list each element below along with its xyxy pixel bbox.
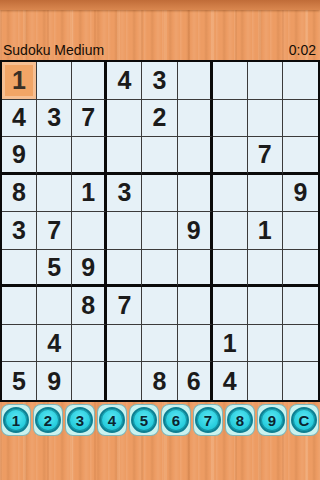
cell-r4c5[interactable] xyxy=(142,175,177,213)
cell-r2c3[interactable]: 7 xyxy=(72,100,107,138)
cell-r9c8[interactable] xyxy=(248,362,283,400)
cell-r6c2[interactable]: 5 xyxy=(37,250,72,288)
cell-r7c8[interactable] xyxy=(248,287,283,325)
cell-r4c9[interactable]: 9 xyxy=(283,175,318,213)
num-button-1[interactable]: 1 xyxy=(1,404,31,436)
cell-r6c6[interactable] xyxy=(178,250,213,288)
num-button-7[interactable]: 7 xyxy=(193,404,223,436)
cell-r7c4[interactable]: 7 xyxy=(107,287,142,325)
cell-r4c4[interactable]: 3 xyxy=(107,175,142,213)
cell-r8c7[interactable]: 1 xyxy=(213,325,248,363)
cell-r8c6[interactable] xyxy=(178,325,213,363)
cell-r4c1[interactable]: 8 xyxy=(2,175,37,213)
cell-r3c2[interactable] xyxy=(37,137,72,175)
cell-r9c1[interactable]: 5 xyxy=(2,362,37,400)
cell-r3c1[interactable]: 9 xyxy=(2,137,37,175)
cell-r5c4[interactable] xyxy=(107,212,142,250)
cell-r1c3[interactable] xyxy=(72,62,107,100)
cell-r2c5[interactable]: 2 xyxy=(142,100,177,138)
status-bar-shade xyxy=(0,0,320,10)
cell-r3c6[interactable] xyxy=(178,137,213,175)
cell-r9c4[interactable] xyxy=(107,362,142,400)
cell-r1c4[interactable]: 4 xyxy=(107,62,142,100)
cell-r4c2[interactable] xyxy=(37,175,72,213)
button-circle: 5 xyxy=(131,407,157,433)
num-button-9[interactable]: 9 xyxy=(257,404,287,436)
button-circle: C xyxy=(291,407,317,433)
cell-r9c9[interactable] xyxy=(283,362,318,400)
cell-r7c9[interactable] xyxy=(283,287,318,325)
cell-r3c9[interactable] xyxy=(283,137,318,175)
cell-r5c9[interactable] xyxy=(283,212,318,250)
cell-r1c7[interactable] xyxy=(213,62,248,100)
clear-button[interactable]: C xyxy=(289,404,319,436)
cell-r2c1[interactable]: 4 xyxy=(2,100,37,138)
cell-r7c3[interactable]: 8 xyxy=(72,287,107,325)
cell-r5c6[interactable]: 9 xyxy=(178,212,213,250)
cell-r4c3[interactable]: 1 xyxy=(72,175,107,213)
cell-r5c5[interactable] xyxy=(142,212,177,250)
cell-r8c4[interactable] xyxy=(107,325,142,363)
title-bar: Sudoku Medium 0:02 xyxy=(0,38,320,59)
cell-r2c4[interactable] xyxy=(107,100,142,138)
cell-r4c6[interactable] xyxy=(178,175,213,213)
cell-r6c8[interactable] xyxy=(248,250,283,288)
cell-r1c5[interactable]: 3 xyxy=(142,62,177,100)
cell-r7c5[interactable] xyxy=(142,287,177,325)
cell-r2c2[interactable]: 3 xyxy=(37,100,72,138)
cell-r3c3[interactable] xyxy=(72,137,107,175)
cell-r5c3[interactable] xyxy=(72,212,107,250)
cell-r3c4[interactable] xyxy=(107,137,142,175)
cell-r7c6[interactable] xyxy=(178,287,213,325)
cell-r5c7[interactable] xyxy=(213,212,248,250)
timer: 0:02 xyxy=(289,42,316,58)
cell-r9c7[interactable]: 4 xyxy=(213,362,248,400)
button-circle: 3 xyxy=(67,407,93,433)
cell-r3c8[interactable]: 7 xyxy=(248,137,283,175)
cell-r6c4[interactable] xyxy=(107,250,142,288)
sudoku-board: 1434372978139379159874159864 xyxy=(0,60,320,402)
cell-r7c2[interactable] xyxy=(37,287,72,325)
cell-r8c9[interactable] xyxy=(283,325,318,363)
cell-r4c7[interactable] xyxy=(213,175,248,213)
cell-r2c9[interactable] xyxy=(283,100,318,138)
cell-r8c1[interactable] xyxy=(2,325,37,363)
cell-r1c1[interactable]: 1 xyxy=(2,62,37,100)
cell-r2c6[interactable] xyxy=(178,100,213,138)
cell-r2c8[interactable] xyxy=(248,100,283,138)
cell-r9c3[interactable] xyxy=(72,362,107,400)
num-button-4[interactable]: 4 xyxy=(97,404,127,436)
cell-r6c9[interactable] xyxy=(283,250,318,288)
cell-r5c8[interactable]: 1 xyxy=(248,212,283,250)
cell-r6c3[interactable]: 9 xyxy=(72,250,107,288)
cell-r2c7[interactable] xyxy=(213,100,248,138)
number-pad: 123456789C xyxy=(0,403,320,437)
screen: { "game": "sudoku", "title_bar": { "titl… xyxy=(0,0,320,480)
button-circle: 4 xyxy=(99,407,125,433)
button-circle: 7 xyxy=(195,407,221,433)
cell-r8c5[interactable] xyxy=(142,325,177,363)
page-title: Sudoku Medium xyxy=(3,42,104,58)
cell-r8c3[interactable] xyxy=(72,325,107,363)
num-button-3[interactable]: 3 xyxy=(65,404,95,436)
num-button-5[interactable]: 5 xyxy=(129,404,159,436)
cell-r4c8[interactable] xyxy=(248,175,283,213)
cell-r6c5[interactable] xyxy=(142,250,177,288)
cell-r3c7[interactable] xyxy=(213,137,248,175)
cell-r9c2[interactable]: 9 xyxy=(37,362,72,400)
cell-r8c2[interactable]: 4 xyxy=(37,325,72,363)
button-circle: 2 xyxy=(35,407,61,433)
num-button-6[interactable]: 6 xyxy=(161,404,191,436)
cell-r9c6[interactable]: 6 xyxy=(178,362,213,400)
button-circle: 6 xyxy=(163,407,189,433)
cell-r1c2[interactable] xyxy=(37,62,72,100)
cell-r9c5[interactable]: 8 xyxy=(142,362,177,400)
num-button-8[interactable]: 8 xyxy=(225,404,255,436)
cell-r6c1[interactable] xyxy=(2,250,37,288)
cell-r1c8[interactable] xyxy=(248,62,283,100)
cell-r5c1[interactable]: 3 xyxy=(2,212,37,250)
cell-r6c7[interactable] xyxy=(213,250,248,288)
cell-r8c8[interactable] xyxy=(248,325,283,363)
button-circle: 9 xyxy=(259,407,285,433)
cell-r1c6[interactable] xyxy=(178,62,213,100)
num-button-2[interactable]: 2 xyxy=(33,404,63,436)
cell-r3c5[interactable] xyxy=(142,137,177,175)
cell-r7c1[interactable] xyxy=(2,287,37,325)
button-circle: 1 xyxy=(3,407,29,433)
cell-r5c2[interactable]: 7 xyxy=(37,212,72,250)
cell-r1c9[interactable] xyxy=(283,62,318,100)
button-circle: 8 xyxy=(227,407,253,433)
cell-r7c7[interactable] xyxy=(213,287,248,325)
